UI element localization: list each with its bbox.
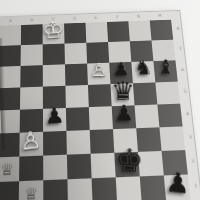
file-label-top-C: C xyxy=(43,16,64,24)
rank-label-right-7: 7 xyxy=(169,45,192,53)
file-label-top-A: A xyxy=(0,17,21,25)
square-e1 xyxy=(92,177,118,200)
square-a1 xyxy=(0,181,19,200)
square-d7 xyxy=(65,43,88,65)
chessboard-photo: ABCDEFGHABCDEFGH8765432187654321♕♕♕♕♔♙♟♞… xyxy=(0,0,200,200)
square-b1 xyxy=(19,180,44,200)
square-g1 xyxy=(140,175,166,200)
chessboard: ABCDEFGHABCDEFGH8765432187654321♕♕♕♕♔♙♟♞… xyxy=(0,10,200,200)
square-e3 xyxy=(90,129,115,154)
square-c6 xyxy=(43,64,66,86)
rank-label-left-5: 5 xyxy=(0,95,2,104)
file-label-top-D: D xyxy=(64,15,86,23)
square-f6 xyxy=(109,62,133,84)
square-f5 xyxy=(110,83,134,106)
square-e2 xyxy=(91,153,116,179)
square-e4 xyxy=(89,106,113,130)
square-e7 xyxy=(86,42,109,64)
square-d2 xyxy=(67,154,92,180)
square-a3 xyxy=(0,133,20,158)
square-c2 xyxy=(43,155,67,181)
square-b7 xyxy=(21,44,43,66)
square-d1 xyxy=(67,178,92,200)
rank-label-left-8: 8 xyxy=(0,32,4,40)
square-g3 xyxy=(136,127,161,152)
file-label-top-E: E xyxy=(85,14,107,22)
square-c8 xyxy=(43,23,65,44)
square-c1 xyxy=(43,179,68,200)
square-b5 xyxy=(20,87,43,110)
rank-label-right-1: 1 xyxy=(183,181,200,191)
rank-label-right-8: 8 xyxy=(167,25,189,33)
square-b8 xyxy=(21,24,43,45)
square-c4 xyxy=(43,108,66,132)
square-d8 xyxy=(64,23,86,44)
square-f8 xyxy=(107,21,130,42)
file-label-top-G: G xyxy=(128,13,150,21)
square-a2 xyxy=(0,157,19,183)
square-g2 xyxy=(138,151,164,176)
file-label-top-H: H xyxy=(149,12,171,20)
square-f2 xyxy=(114,152,139,177)
square-a6 xyxy=(0,66,21,88)
square-c5 xyxy=(43,86,66,109)
rank-label-right-6: 6 xyxy=(171,66,194,74)
file-label-top-F: F xyxy=(107,14,129,22)
rank-label-right-4: 4 xyxy=(176,110,200,119)
square-a5 xyxy=(0,87,20,110)
square-a4 xyxy=(0,110,20,134)
square-g7 xyxy=(130,40,154,61)
square-e6 xyxy=(87,63,110,85)
square-f4 xyxy=(112,105,137,129)
square-f7 xyxy=(108,41,131,62)
square-e5 xyxy=(88,84,112,107)
square-f1 xyxy=(116,176,142,200)
square-g5 xyxy=(133,82,157,105)
square-f3 xyxy=(113,128,138,153)
square-b3 xyxy=(19,132,43,157)
square-g6 xyxy=(131,61,155,83)
file-label-top-B: B xyxy=(21,17,42,25)
square-b2 xyxy=(19,156,43,182)
rank-label-right-5: 5 xyxy=(174,88,197,97)
square-c7 xyxy=(43,44,65,66)
square-g8 xyxy=(128,20,151,41)
square-c3 xyxy=(43,131,67,156)
board-grid xyxy=(0,20,191,200)
square-d4 xyxy=(66,107,90,131)
rank-label-left-4: 4 xyxy=(0,117,2,126)
rank-label-right-3: 3 xyxy=(178,133,200,142)
square-d3 xyxy=(66,130,90,155)
square-d5 xyxy=(65,85,88,108)
square-g4 xyxy=(135,104,160,128)
square-b6 xyxy=(20,65,43,87)
square-d6 xyxy=(65,64,88,86)
square-e8 xyxy=(86,22,109,43)
rank-label-left-6: 6 xyxy=(0,73,3,81)
rank-label-right-2: 2 xyxy=(181,157,200,166)
rank-label-left-7: 7 xyxy=(0,52,4,60)
square-b4 xyxy=(20,109,43,133)
